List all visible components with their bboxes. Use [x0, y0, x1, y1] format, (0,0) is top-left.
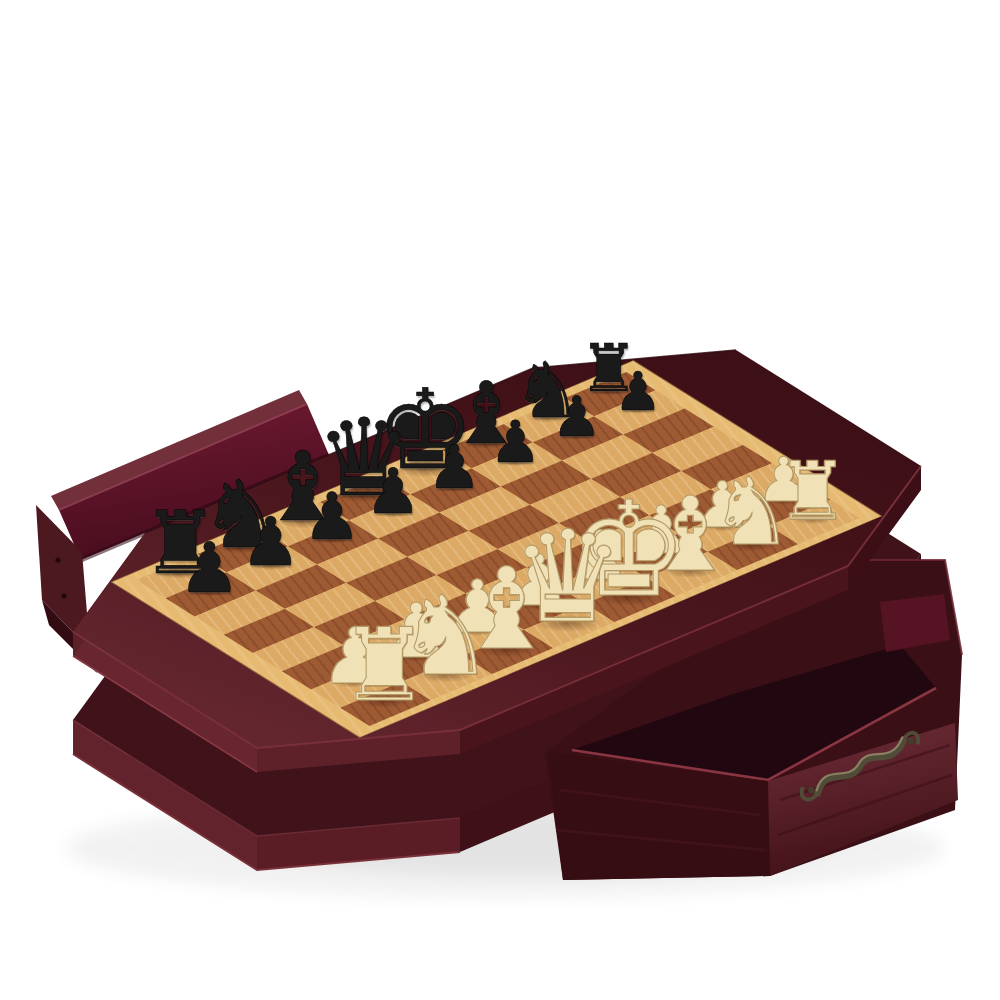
tray-hardware-hole	[61, 593, 66, 598]
piece-black-pawn-e7[interactable]: ♟	[427, 437, 481, 497]
piece-black-pawn-d7[interactable]: ♟	[365, 461, 421, 524]
piece-black-pawn-b7[interactable]: ♟	[240, 509, 300, 576]
piece-black-pawn-a7[interactable]: ♟	[178, 533, 240, 603]
piece-black-pawn-h7[interactable]: ♟	[614, 365, 662, 418]
piece-black-pawn-c7[interactable]: ♟	[303, 485, 361, 550]
tray-hardware-hole	[55, 557, 60, 562]
chess-set-photo: ♜♞♝♛♚♝♞♜♟♟♟♟♟♟♟♟♟♟♟♟♟♟♟♟♜♞♝♛♚♝♞♜	[0, 0, 1000, 1000]
piece-black-pawn-g7[interactable]: ♟	[552, 389, 602, 445]
piece-white-rook-a1[interactable]: ♜	[339, 615, 429, 716]
piece-black-pawn-f7[interactable]: ♟	[490, 413, 542, 471]
